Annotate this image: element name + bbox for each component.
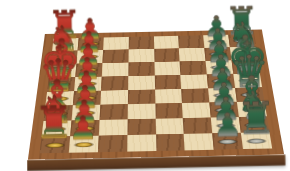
square-a4[interactable] bbox=[126, 134, 155, 151]
piece-black-rook-a8[interactable]: ♜ bbox=[223, 96, 288, 141]
piece-white-pawn-a2[interactable]: ♟ bbox=[50, 111, 115, 144]
square-a5[interactable] bbox=[155, 134, 184, 151]
square-d5[interactable] bbox=[154, 88, 182, 103]
square-f5[interactable] bbox=[153, 61, 180, 75]
square-a8[interactable]: ♜ bbox=[240, 132, 271, 149]
chess-set-photo: ♜♟♟♜♞♟♟♞♝♟♟♝♚♟♟♚♛♟♟♛♝♟♟♝♞♟♟♞♜♟♟♜ bbox=[0, 0, 290, 171]
square-c4[interactable] bbox=[127, 103, 155, 119]
square-e5[interactable] bbox=[154, 74, 181, 89]
square-a2[interactable]: ♟ bbox=[68, 135, 98, 152]
chessboard[interactable]: ♜♟♟♜♞♟♟♞♝♟♟♝♚♟♟♚♛♟♟♛♝♟♟♝♞♟♟♞♜♟♟♜ bbox=[27, 29, 283, 159]
square-g4[interactable] bbox=[128, 48, 154, 62]
square-g5[interactable] bbox=[153, 48, 179, 62]
square-e4[interactable] bbox=[127, 75, 154, 90]
square-c5[interactable] bbox=[154, 103, 182, 119]
square-b4[interactable] bbox=[127, 118, 155, 134]
square-h4[interactable] bbox=[128, 36, 153, 49]
square-f4[interactable] bbox=[127, 61, 153, 75]
board-perspective-wrapper: ♜♟♟♜♞♟♟♞♝♟♟♝♚♟♟♚♛♟♟♛♝♟♟♝♞♟♟♞♜♟♟♜ bbox=[0, 0, 290, 171]
square-b5[interactable] bbox=[155, 118, 184, 134]
board-side-edge bbox=[26, 154, 285, 170]
square-h5[interactable] bbox=[153, 35, 179, 48]
square-d4[interactable] bbox=[127, 89, 154, 104]
